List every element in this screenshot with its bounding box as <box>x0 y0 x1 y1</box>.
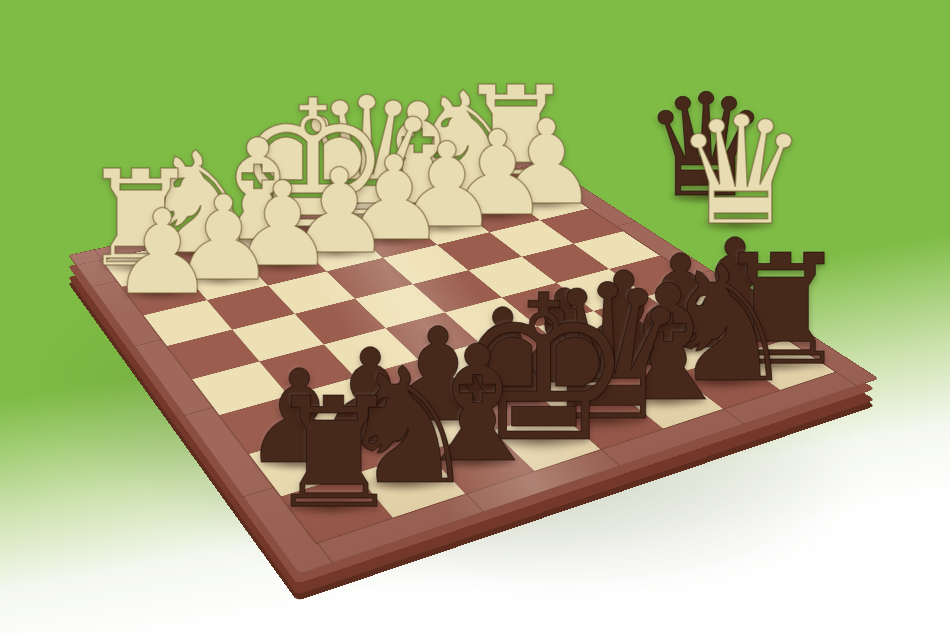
piece-shadow <box>665 187 739 205</box>
piece-dark-queen-spare-1: ♛ <box>642 75 769 217</box>
piece-shadow <box>698 213 776 233</box>
piece-cream-queen-spare-2: ♛ <box>674 96 808 246</box>
render-scene: ♜♞♝♛♚♝♞♜♟♟♟♟♟♟♟♟♟♟♟♟♟♟♟♟♜♞♝♛♚♝♞♜♛♛ <box>0 0 950 633</box>
